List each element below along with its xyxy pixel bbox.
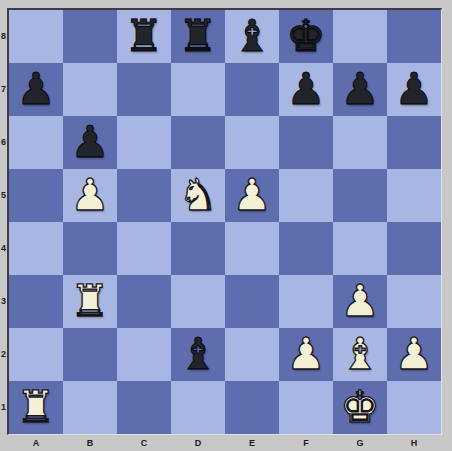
square-d5[interactable]: ♞ [171, 169, 225, 222]
black-pawn-h7[interactable]: ♟ [387, 63, 441, 116]
square-g7[interactable]: ♟ [333, 63, 387, 116]
square-b1[interactable] [63, 381, 117, 434]
square-e4[interactable] [225, 222, 279, 275]
square-e3[interactable] [225, 275, 279, 328]
square-h4[interactable] [387, 222, 441, 275]
black-pawn-b6[interactable]: ♟ [63, 116, 117, 169]
square-e2[interactable] [225, 328, 279, 381]
rank-label-2: 2 [0, 349, 7, 359]
square-d1[interactable] [171, 381, 225, 434]
square-c8[interactable]: ♜ [117, 10, 171, 63]
square-d3[interactable] [171, 275, 225, 328]
square-h5[interactable] [387, 169, 441, 222]
square-d4[interactable] [171, 222, 225, 275]
square-a2[interactable] [9, 328, 63, 381]
black-rook-c8[interactable]: ♜ [117, 10, 171, 63]
square-e8[interactable]: ♝ [225, 10, 279, 63]
square-a6[interactable] [9, 116, 63, 169]
black-pawn-g7[interactable]: ♟ [333, 63, 387, 116]
chess-board[interactable]: ♜♜♝♚♟♟♟♟♟♟♞♟♜♟♝♟♝♟♜♚ [9, 10, 441, 434]
square-e6[interactable] [225, 116, 279, 169]
square-g1[interactable]: ♚ [333, 381, 387, 434]
white-pawn-g3[interactable]: ♟ [333, 275, 387, 328]
white-bishop-g2[interactable]: ♝ [333, 328, 387, 381]
square-f6[interactable] [279, 116, 333, 169]
square-f4[interactable] [279, 222, 333, 275]
white-pawn-h2[interactable]: ♟ [387, 328, 441, 381]
square-b3[interactable]: ♜ [63, 275, 117, 328]
square-g5[interactable] [333, 169, 387, 222]
square-a1[interactable]: ♜ [9, 381, 63, 434]
square-a7[interactable]: ♟ [9, 63, 63, 116]
square-h1[interactable] [387, 381, 441, 434]
square-f3[interactable] [279, 275, 333, 328]
white-pawn-b5[interactable]: ♟ [63, 169, 117, 222]
rank-label-3: 3 [0, 296, 7, 306]
square-g8[interactable] [333, 10, 387, 63]
square-e5[interactable]: ♟ [225, 169, 279, 222]
square-c7[interactable] [117, 63, 171, 116]
rank-label-4: 4 [0, 243, 7, 253]
square-h7[interactable]: ♟ [387, 63, 441, 116]
white-pawn-e5[interactable]: ♟ [225, 169, 279, 222]
black-pawn-a7[interactable]: ♟ [9, 63, 63, 116]
square-a5[interactable] [9, 169, 63, 222]
square-g3[interactable]: ♟ [333, 275, 387, 328]
file-label-e: E [225, 438, 279, 448]
square-b6[interactable]: ♟ [63, 116, 117, 169]
file-label-b: B [63, 438, 117, 448]
square-f1[interactable] [279, 381, 333, 434]
square-e7[interactable] [225, 63, 279, 116]
square-g2[interactable]: ♝ [333, 328, 387, 381]
square-c5[interactable] [117, 169, 171, 222]
black-bishop-e8[interactable]: ♝ [225, 10, 279, 63]
square-e1[interactable] [225, 381, 279, 434]
file-label-h: H [387, 438, 441, 448]
square-f8[interactable]: ♚ [279, 10, 333, 63]
square-a3[interactable] [9, 275, 63, 328]
square-f2[interactable]: ♟ [279, 328, 333, 381]
square-c2[interactable] [117, 328, 171, 381]
square-h8[interactable] [387, 10, 441, 63]
white-rook-a1[interactable]: ♜ [9, 381, 63, 434]
white-king-g1[interactable]: ♚ [333, 381, 387, 434]
square-g4[interactable] [333, 222, 387, 275]
square-c1[interactable] [117, 381, 171, 434]
file-label-g: G [333, 438, 387, 448]
white-pawn-f2[interactable]: ♟ [279, 328, 333, 381]
black-pawn-f7[interactable]: ♟ [279, 63, 333, 116]
square-b4[interactable] [63, 222, 117, 275]
square-d2[interactable]: ♝ [171, 328, 225, 381]
chess-board-frame: ♜♜♝♚♟♟♟♟♟♟♞♟♜♟♝♟♝♟♜♚ [7, 8, 442, 435]
square-h3[interactable] [387, 275, 441, 328]
file-label-f: F [279, 438, 333, 448]
square-d7[interactable] [171, 63, 225, 116]
square-f5[interactable] [279, 169, 333, 222]
square-d8[interactable]: ♜ [171, 10, 225, 63]
black-bishop-d2[interactable]: ♝ [171, 328, 225, 381]
rank-label-8: 8 [0, 31, 7, 41]
square-d6[interactable] [171, 116, 225, 169]
square-a8[interactable] [9, 10, 63, 63]
rank-label-7: 7 [0, 84, 7, 94]
black-king-f8[interactable]: ♚ [279, 10, 333, 63]
square-h2[interactable]: ♟ [387, 328, 441, 381]
file-label-a: A [9, 438, 63, 448]
white-knight-d5[interactable]: ♞ [171, 169, 225, 222]
square-c6[interactable] [117, 116, 171, 169]
square-b8[interactable] [63, 10, 117, 63]
file-label-c: C [117, 438, 171, 448]
square-c3[interactable] [117, 275, 171, 328]
chess-app-window: { "game": "chess", "position": { "fen": … [0, 0, 452, 451]
square-f7[interactable]: ♟ [279, 63, 333, 116]
rank-label-5: 5 [0, 190, 7, 200]
rank-label-1: 1 [0, 402, 7, 412]
square-b5[interactable]: ♟ [63, 169, 117, 222]
square-b2[interactable] [63, 328, 117, 381]
square-h6[interactable] [387, 116, 441, 169]
square-g6[interactable] [333, 116, 387, 169]
square-b7[interactable] [63, 63, 117, 116]
file-label-d: D [171, 438, 225, 448]
square-c4[interactable] [117, 222, 171, 275]
square-a4[interactable] [9, 222, 63, 275]
black-rook-d8[interactable]: ♜ [171, 10, 225, 63]
white-rook-b3[interactable]: ♜ [63, 275, 117, 328]
rank-label-6: 6 [0, 137, 7, 147]
